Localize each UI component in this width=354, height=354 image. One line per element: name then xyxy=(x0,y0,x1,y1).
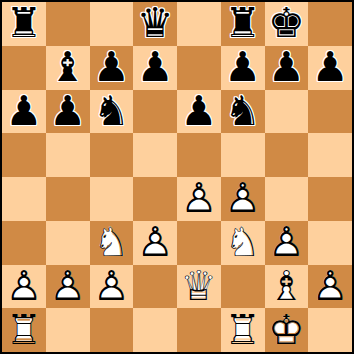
white-pawn-piece: ♟♙ xyxy=(308,265,352,309)
square-c1[interactable] xyxy=(90,308,134,352)
white-piece-outline-glyph: ♖ xyxy=(221,308,265,352)
square-d7[interactable]: ♟ xyxy=(133,46,177,90)
white-pawn-piece: ♟♙ xyxy=(90,265,134,309)
square-h3[interactable] xyxy=(308,221,352,265)
square-e2[interactable]: ♛♕ xyxy=(177,265,221,309)
square-f7[interactable]: ♟ xyxy=(221,46,265,90)
square-f8[interactable]: ♜ xyxy=(221,2,265,46)
white-bishop-piece: ♝♗ xyxy=(265,265,309,309)
white-pawn-piece: ♟♙ xyxy=(221,177,265,221)
square-e1[interactable] xyxy=(177,308,221,352)
square-h4[interactable] xyxy=(308,177,352,221)
square-h2[interactable]: ♟♙ xyxy=(308,265,352,309)
square-b5[interactable] xyxy=(46,133,90,177)
black-pawn-piece: ♟ xyxy=(177,90,221,134)
square-a1[interactable]: ♜♖ xyxy=(2,308,46,352)
square-g5[interactable] xyxy=(265,133,309,177)
black-pawn-piece: ♟ xyxy=(90,46,134,90)
square-b2[interactable]: ♟♙ xyxy=(46,265,90,309)
square-c7[interactable]: ♟ xyxy=(90,46,134,90)
white-pawn-piece: ♟♙ xyxy=(2,265,46,309)
square-b8[interactable] xyxy=(46,2,90,46)
square-a2[interactable]: ♟♙ xyxy=(2,265,46,309)
square-b1[interactable] xyxy=(46,308,90,352)
white-rook-piece: ♜♖ xyxy=(2,308,46,352)
white-knight-piece: ♞♘ xyxy=(221,221,265,265)
white-pawn-piece: ♟♙ xyxy=(46,265,90,309)
white-piece-outline-glyph: ♙ xyxy=(308,265,352,309)
square-f5[interactable] xyxy=(221,133,265,177)
white-piece-outline-glyph: ♙ xyxy=(221,177,265,221)
square-e3[interactable] xyxy=(177,221,221,265)
square-b4[interactable] xyxy=(46,177,90,221)
square-e7[interactable] xyxy=(177,46,221,90)
square-a8[interactable]: ♜ xyxy=(2,2,46,46)
square-g4[interactable] xyxy=(265,177,309,221)
white-pawn-piece: ♟♙ xyxy=(265,221,309,265)
black-rook-piece: ♜ xyxy=(2,2,46,46)
square-g1[interactable]: ♚♔ xyxy=(265,308,309,352)
square-d4[interactable] xyxy=(133,177,177,221)
square-c8[interactable] xyxy=(90,2,134,46)
square-g6[interactable] xyxy=(265,90,309,134)
square-f4[interactable]: ♟♙ xyxy=(221,177,265,221)
square-f1[interactable]: ♜♖ xyxy=(221,308,265,352)
white-piece-outline-glyph: ♘ xyxy=(221,221,265,265)
black-queen-piece: ♛ xyxy=(133,2,177,46)
square-f3[interactable]: ♞♘ xyxy=(221,221,265,265)
white-piece-outline-glyph: ♙ xyxy=(46,265,90,309)
square-c4[interactable] xyxy=(90,177,134,221)
square-d5[interactable] xyxy=(133,133,177,177)
white-queen-piece: ♛♕ xyxy=(177,265,221,309)
square-b6[interactable]: ♟ xyxy=(46,90,90,134)
square-a7[interactable] xyxy=(2,46,46,90)
square-f6[interactable]: ♞ xyxy=(221,90,265,134)
black-pawn-piece: ♟ xyxy=(133,46,177,90)
square-d8[interactable]: ♛ xyxy=(133,2,177,46)
black-pawn-piece: ♟ xyxy=(221,46,265,90)
square-c6[interactable]: ♞ xyxy=(90,90,134,134)
white-pawn-piece: ♟♙ xyxy=(133,221,177,265)
square-b7[interactable]: ♝ xyxy=(46,46,90,90)
white-piece-outline-glyph: ♙ xyxy=(133,221,177,265)
square-e4[interactable]: ♟♙ xyxy=(177,177,221,221)
square-f2[interactable] xyxy=(221,265,265,309)
black-pawn-piece: ♟ xyxy=(265,46,309,90)
square-c3[interactable]: ♞♘ xyxy=(90,221,134,265)
white-knight-piece: ♞♘ xyxy=(90,221,134,265)
white-rook-piece: ♜♖ xyxy=(221,308,265,352)
square-a4[interactable] xyxy=(2,177,46,221)
square-d3[interactable]: ♟♙ xyxy=(133,221,177,265)
square-g8[interactable]: ♚ xyxy=(265,2,309,46)
white-piece-outline-glyph: ♙ xyxy=(177,177,221,221)
white-piece-outline-glyph: ♙ xyxy=(2,265,46,309)
square-h1[interactable] xyxy=(308,308,352,352)
square-h8[interactable] xyxy=(308,2,352,46)
white-piece-outline-glyph: ♖ xyxy=(2,308,46,352)
square-e6[interactable]: ♟ xyxy=(177,90,221,134)
square-e5[interactable] xyxy=(177,133,221,177)
square-b3[interactable] xyxy=(46,221,90,265)
square-a5[interactable] xyxy=(2,133,46,177)
white-piece-outline-glyph: ♙ xyxy=(90,265,134,309)
black-pawn-piece: ♟ xyxy=(308,46,352,90)
square-a6[interactable]: ♟ xyxy=(2,90,46,134)
square-c5[interactable] xyxy=(90,133,134,177)
black-knight-piece: ♞ xyxy=(90,90,134,134)
white-king-piece: ♚♔ xyxy=(265,308,309,352)
chess-board: ♜♛♜♚♝♟♟♟♟♟♟♟♞♟♞♟♙♟♙♞♘♟♙♞♘♟♙♟♙♟♙♟♙♛♕♝♗♟♙♜… xyxy=(2,2,352,352)
black-king-piece: ♚ xyxy=(265,2,309,46)
square-a3[interactable] xyxy=(2,221,46,265)
black-pawn-piece: ♟ xyxy=(46,90,90,134)
white-piece-outline-glyph: ♕ xyxy=(177,265,221,309)
black-bishop-piece: ♝ xyxy=(46,46,90,90)
black-rook-piece: ♜ xyxy=(221,2,265,46)
square-h5[interactable] xyxy=(308,133,352,177)
white-piece-outline-glyph: ♘ xyxy=(90,221,134,265)
white-piece-outline-glyph: ♙ xyxy=(265,221,309,265)
square-d2[interactable] xyxy=(133,265,177,309)
square-d1[interactable] xyxy=(133,308,177,352)
chess-board-frame: ♜♛♜♚♝♟♟♟♟♟♟♟♞♟♞♟♙♟♙♞♘♟♙♞♘♟♙♟♙♟♙♟♙♛♕♝♗♟♙♜… xyxy=(0,0,354,354)
square-g7[interactable]: ♟ xyxy=(265,46,309,90)
square-d6[interactable] xyxy=(133,90,177,134)
white-piece-outline-glyph: ♗ xyxy=(265,265,309,309)
square-h6[interactable] xyxy=(308,90,352,134)
square-g2[interactable]: ♝♗ xyxy=(265,265,309,309)
white-piece-outline-glyph: ♔ xyxy=(265,308,309,352)
square-h7[interactable]: ♟ xyxy=(308,46,352,90)
square-e8[interactable] xyxy=(177,2,221,46)
square-g3[interactable]: ♟♙ xyxy=(265,221,309,265)
black-knight-piece: ♞ xyxy=(221,90,265,134)
square-c2[interactable]: ♟♙ xyxy=(90,265,134,309)
black-pawn-piece: ♟ xyxy=(2,90,46,134)
white-pawn-piece: ♟♙ xyxy=(177,177,221,221)
